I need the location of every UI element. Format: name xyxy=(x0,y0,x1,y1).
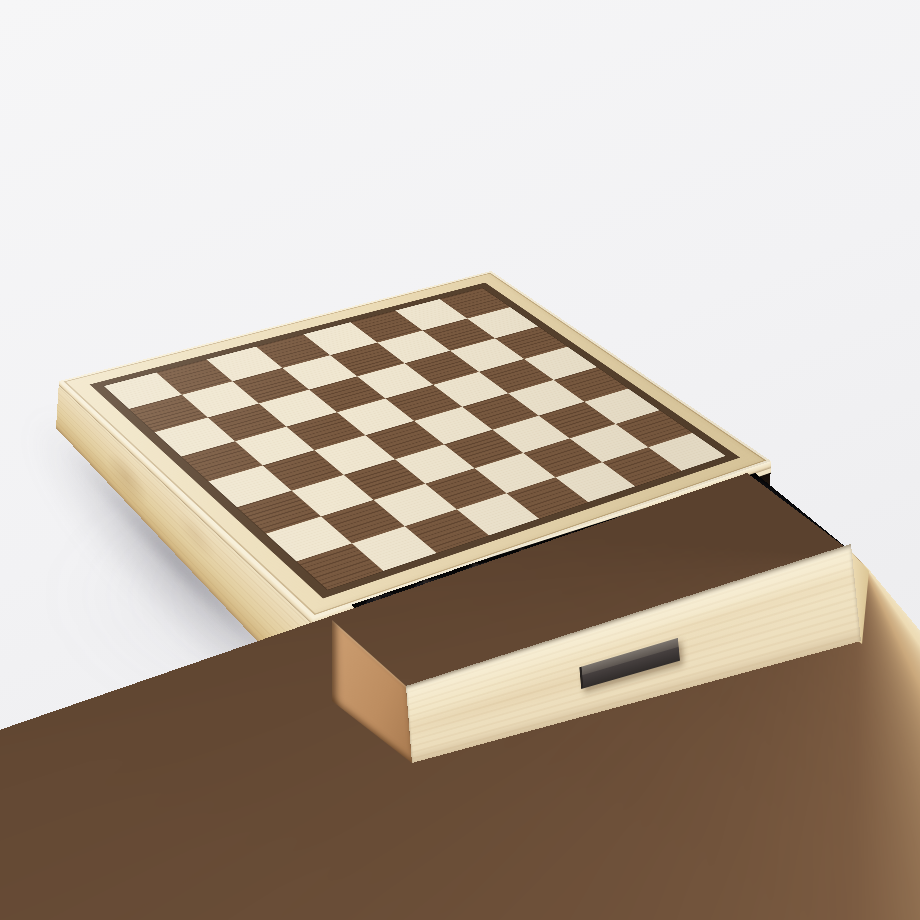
drawer-handle xyxy=(579,638,680,689)
product-photo-scene: ♟♜♟♞♟♝♟♛♟♚♟♝♟♞♟♜ xyxy=(0,0,920,920)
